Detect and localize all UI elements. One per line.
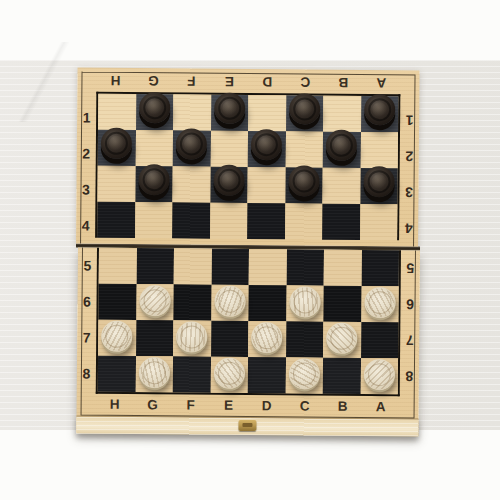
square-G6[interactable] <box>136 284 174 320</box>
file-label-F: F <box>172 394 210 416</box>
square-C7[interactable] <box>286 321 324 357</box>
rank-label-2: 2 <box>77 136 96 172</box>
square-C3[interactable] <box>285 167 323 203</box>
file-label-A: A <box>362 70 400 94</box>
square-C5[interactable] <box>286 249 324 285</box>
dark-checker-piece[interactable] <box>139 92 170 123</box>
dark-checker-piece[interactable] <box>214 92 245 123</box>
square-A4[interactable] <box>360 204 398 240</box>
dark-checker-piece[interactable] <box>251 129 282 160</box>
file-label-C: C <box>286 69 324 93</box>
dark-checker-piece[interactable] <box>101 127 132 158</box>
square-F5[interactable] <box>174 248 212 284</box>
light-checker-piece[interactable] <box>364 287 395 318</box>
square-F6[interactable] <box>173 284 211 320</box>
square-C8[interactable] <box>285 357 323 393</box>
square-A1[interactable] <box>361 96 399 132</box>
square-E6[interactable] <box>211 285 249 321</box>
square-C1[interactable] <box>286 95 324 131</box>
square-D2[interactable] <box>248 131 286 167</box>
file-label-B: B <box>324 396 362 418</box>
file-label-D: D <box>248 69 286 93</box>
rank-label-8: 8 <box>77 356 96 392</box>
square-F3[interactable] <box>172 166 210 202</box>
squares-ranks-5-8 <box>96 248 401 397</box>
rank-label-8: 8 <box>400 358 419 394</box>
dark-checker-piece[interactable] <box>326 129 357 160</box>
file-label-F: F <box>172 68 210 92</box>
square-G2[interactable] <box>135 130 173 166</box>
square-D7[interactable] <box>248 321 286 357</box>
square-B1[interactable] <box>323 96 361 132</box>
square-F8[interactable] <box>173 356 211 392</box>
square-H3[interactable] <box>97 166 135 202</box>
square-G5[interactable] <box>136 248 174 284</box>
rank-label-1: 1 <box>77 100 96 136</box>
file-label-E: E <box>210 69 248 93</box>
square-E8[interactable] <box>210 357 248 393</box>
square-B5[interactable] <box>324 250 362 286</box>
square-B7[interactable] <box>323 322 361 358</box>
dark-checker-piece[interactable] <box>363 166 394 197</box>
checkers-board: HGFEDCBA 1234 1234 HGFEDCBA 5678 5678 <box>74 62 419 436</box>
square-H6[interactable] <box>98 284 136 320</box>
square-D3[interactable] <box>247 167 285 203</box>
light-checker-piece[interactable] <box>214 357 245 388</box>
file-label-E: E <box>210 395 248 417</box>
rank-label-4: 4 <box>399 210 418 246</box>
square-G8[interactable] <box>135 356 173 392</box>
squares-ranks-1-4 <box>95 92 400 241</box>
rank-label-6: 6 <box>77 284 96 320</box>
square-H1[interactable] <box>98 94 136 130</box>
rank-label-4: 4 <box>76 208 95 244</box>
file-label-D: D <box>248 395 286 417</box>
photo-scene: HGFEDCBA 1234 1234 HGFEDCBA 5678 5678 <box>0 0 500 500</box>
square-D6[interactable] <box>248 285 286 321</box>
square-E7[interactable] <box>211 321 249 357</box>
rank-label-5: 5 <box>401 250 420 286</box>
square-E4[interactable] <box>210 203 248 239</box>
square-A7[interactable] <box>361 322 399 358</box>
square-H7[interactable] <box>98 320 136 356</box>
square-D4[interactable] <box>247 203 285 239</box>
square-B3[interactable] <box>322 168 360 204</box>
square-E1[interactable] <box>211 95 249 131</box>
square-E2[interactable] <box>210 131 248 167</box>
square-E3[interactable] <box>210 167 248 203</box>
light-checker-piece[interactable] <box>101 320 132 351</box>
rank-label-2: 2 <box>400 138 419 174</box>
square-C6[interactable] <box>286 285 324 321</box>
square-H4[interactable] <box>97 202 135 238</box>
light-checker-piece[interactable] <box>176 321 207 352</box>
dark-checker-piece[interactable] <box>288 165 319 196</box>
light-checker-piece[interactable] <box>289 358 320 389</box>
square-C4[interactable] <box>285 203 323 239</box>
square-F2[interactable] <box>173 130 211 166</box>
light-checker-piece[interactable] <box>139 357 170 388</box>
square-B8[interactable] <box>323 358 361 394</box>
dark-checker-piece[interactable] <box>289 93 320 124</box>
light-checker-piece[interactable] <box>289 286 320 317</box>
file-label-B: B <box>324 70 362 94</box>
rank-label-7: 7 <box>400 322 419 358</box>
light-checker-piece[interactable] <box>139 285 170 316</box>
square-C2[interactable] <box>285 131 323 167</box>
board-top-half: HGFEDCBA 1234 1234 <box>76 68 420 247</box>
square-G3[interactable] <box>135 166 173 202</box>
square-F1[interactable] <box>173 94 211 130</box>
dark-checker-piece[interactable] <box>138 164 169 195</box>
box-edge <box>76 416 418 437</box>
rank-labels-right-top: 1234 <box>399 102 419 246</box>
square-H5[interactable] <box>99 248 137 284</box>
rank-label-5: 5 <box>78 248 97 284</box>
file-labels-bottom: HGFEDCBA <box>96 394 400 419</box>
rank-labels-right-bottom: 5678 <box>400 250 420 394</box>
square-G4[interactable] <box>135 202 173 238</box>
square-G1[interactable] <box>136 94 174 130</box>
rank-labels-left-top: 1234 <box>76 100 96 244</box>
square-B4[interactable] <box>322 204 360 240</box>
square-E5[interactable] <box>211 249 249 285</box>
file-label-H: H <box>96 394 134 416</box>
rank-label-3: 3 <box>76 172 95 208</box>
square-B6[interactable] <box>323 286 361 322</box>
rank-label-3: 3 <box>399 174 418 210</box>
square-G7[interactable] <box>136 320 174 356</box>
rank-labels-left-bottom: 5678 <box>77 248 97 392</box>
file-label-C: C <box>286 395 324 417</box>
square-D1[interactable] <box>248 95 286 131</box>
square-A3[interactable] <box>360 168 398 204</box>
dark-checker-piece[interactable] <box>213 164 244 195</box>
square-A2[interactable] <box>360 132 398 168</box>
square-B2[interactable] <box>323 132 361 168</box>
square-F4[interactable] <box>172 202 210 238</box>
square-D5[interactable] <box>249 249 287 285</box>
file-label-G: G <box>134 394 172 416</box>
square-H2[interactable] <box>98 130 136 166</box>
light-checker-piece[interactable] <box>214 285 245 316</box>
file-labels-top: HGFEDCBA <box>96 68 400 95</box>
square-A8[interactable] <box>360 358 398 394</box>
rank-label-7: 7 <box>77 320 96 356</box>
square-A6[interactable] <box>361 286 399 322</box>
dark-checker-piece[interactable] <box>176 128 207 159</box>
board-bottom-half: HGFEDCBA 5678 5678 <box>76 248 420 436</box>
rank-label-6: 6 <box>400 286 419 322</box>
file-label-G: G <box>134 68 172 92</box>
square-D8[interactable] <box>248 357 286 393</box>
square-A5[interactable] <box>361 250 399 286</box>
dark-checker-piece[interactable] <box>364 94 395 125</box>
clasp-latch <box>238 420 256 431</box>
rank-label-1: 1 <box>400 102 419 138</box>
square-H8[interactable] <box>98 356 136 392</box>
file-label-H: H <box>96 68 134 92</box>
light-checker-piece[interactable] <box>326 322 357 353</box>
file-label-A: A <box>362 396 400 418</box>
square-F7[interactable] <box>173 320 211 356</box>
light-checker-piece[interactable] <box>251 322 282 353</box>
light-checker-piece[interactable] <box>364 359 395 390</box>
